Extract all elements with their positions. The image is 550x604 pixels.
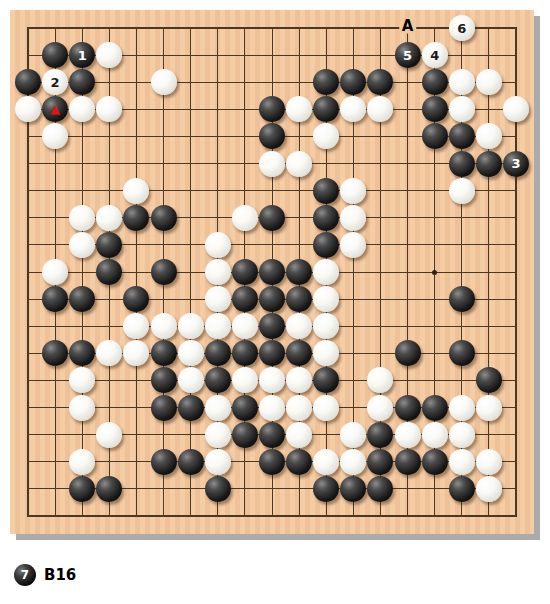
stone-white [205,313,231,339]
stone-black [313,205,339,231]
stone-white [69,395,95,421]
stone-black [395,395,421,421]
stone-black [422,69,448,95]
stone-white: 6 [449,15,475,41]
star-point [432,270,437,275]
stone-black [422,96,448,122]
stone-black: 5 [395,42,421,68]
stone-black: 3 [503,151,529,177]
stone-black [449,340,475,366]
stone-black [422,395,448,421]
stone-white [367,395,393,421]
stone-black [422,449,448,475]
move-number-label: 2 [51,76,60,89]
stone-white [205,286,231,312]
stone-white [259,395,285,421]
stone-black [422,123,448,149]
stone-white [151,69,177,95]
stone-black [259,205,285,231]
stone-black [151,259,177,285]
stone-black [151,367,177,393]
stone-black [449,286,475,312]
move-number-label: 6 [457,22,466,35]
stone-white [259,151,285,177]
stone-white [69,205,95,231]
stone-white [205,395,231,421]
move-number-label: 3 [511,157,520,170]
caption-move-number: 7 [21,569,29,581]
stone-white [151,313,177,339]
stone-black [313,232,339,258]
stone-white [476,69,502,95]
stone-white [449,422,475,448]
stone-black [395,340,421,366]
stone-white: 4 [422,42,448,68]
letter-annotation: A [399,19,417,34]
go-board[interactable]: 61542▲3A [10,10,534,534]
caption-move-label: B16 [44,566,76,584]
stone-white [286,151,312,177]
stone-white [96,422,122,448]
move-number-label: 1 [78,49,87,62]
move-number-label: 4 [430,49,439,62]
stone-black [476,151,502,177]
stone-black [286,259,312,285]
stone-white [313,395,339,421]
stone-white [232,313,258,339]
stone-black [367,422,393,448]
stone-white [123,178,149,204]
stone-white [476,395,502,421]
stone-black [178,449,204,475]
stone-white [340,449,366,475]
stone-white [340,178,366,204]
stone-white [69,232,95,258]
stone-white [395,422,421,448]
stone-white [178,367,204,393]
stone-white [286,395,312,421]
triangle-marker: ▲ [50,103,59,115]
stone-white [313,449,339,475]
stone-black [178,395,204,421]
stone-white [205,449,231,475]
stone-white [286,422,312,448]
stone-black [205,476,231,502]
stone-black [232,259,258,285]
stone-white [449,69,475,95]
stone-black [449,151,475,177]
stone-white [205,232,231,258]
stone-white [449,96,475,122]
stone-white [178,313,204,339]
stone-white [205,422,231,448]
stone-white [449,178,475,204]
stone-white [476,476,502,502]
stone-black [205,340,231,366]
grid-line-v [488,28,489,516]
stone-black [151,340,177,366]
stone-white [340,205,366,231]
stone-white [449,449,475,475]
go-diagram: 61542▲3A 7 B16 [0,0,550,604]
stone-white [205,259,231,285]
stone-black [232,286,258,312]
stone-black [151,395,177,421]
stone-white [178,340,204,366]
stone-black [69,476,95,502]
caption: 7 B16 [14,563,76,586]
stone-white [69,449,95,475]
stone-white [422,422,448,448]
move-number-label: 5 [403,49,412,62]
stone-black [313,476,339,502]
stone-white [340,422,366,448]
stone-black [259,286,285,312]
stone-black [449,476,475,502]
stone-black [259,422,285,448]
stone-white [96,205,122,231]
stone-white [503,96,529,122]
stone-black [286,449,312,475]
stone-black [313,178,339,204]
stone-black [232,422,258,448]
caption-move-stone: 7 [14,564,36,586]
stone-white [449,395,475,421]
stone-white [232,205,258,231]
stone-black [151,449,177,475]
stone-black [395,449,421,475]
stone-black [259,259,285,285]
stone-black [232,395,258,421]
stone-black [151,205,177,231]
stone-white [476,449,502,475]
stone-white [42,259,68,285]
stone-black [259,449,285,475]
